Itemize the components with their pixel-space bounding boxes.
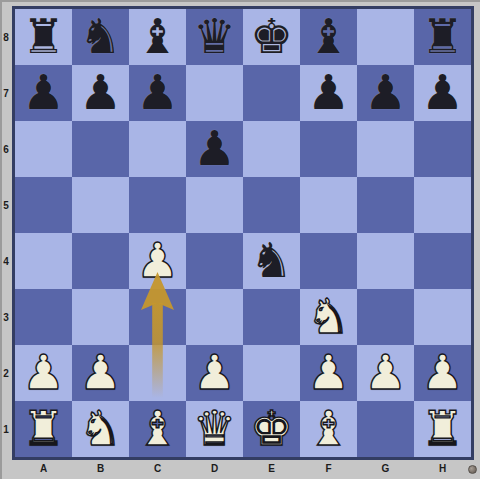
square-h7[interactable]: ♟	[414, 65, 471, 121]
black-bishop[interactable]: ♝	[129, 9, 186, 65]
square-e8[interactable]: ♚	[243, 9, 300, 65]
square-d3[interactable]	[186, 289, 243, 345]
square-d6[interactable]: ♟	[186, 121, 243, 177]
white-pawn[interactable]: ♟	[72, 345, 129, 401]
white-rook[interactable]: ♜	[414, 401, 471, 457]
black-pawn[interactable]: ♟	[186, 121, 243, 177]
square-h6[interactable]	[414, 121, 471, 177]
square-g8[interactable]	[357, 9, 414, 65]
rank-label-8: 8	[0, 9, 12, 65]
square-h5[interactable]	[414, 177, 471, 233]
rank-label-2: 2	[0, 345, 12, 401]
square-h3[interactable]	[414, 289, 471, 345]
square-c5[interactable]	[129, 177, 186, 233]
square-f8[interactable]: ♝	[300, 9, 357, 65]
file-label-d: D	[186, 460, 243, 476]
square-f6[interactable]	[300, 121, 357, 177]
square-b4[interactable]	[72, 233, 129, 289]
square-g7[interactable]: ♟	[357, 65, 414, 121]
square-a2[interactable]: ♟	[15, 345, 72, 401]
square-g1[interactable]	[357, 401, 414, 457]
black-queen[interactable]: ♛	[186, 9, 243, 65]
square-e5[interactable]	[243, 177, 300, 233]
white-bishop[interactable]: ♝	[129, 401, 186, 457]
square-b1[interactable]: ♞	[72, 401, 129, 457]
file-label-e: E	[243, 460, 300, 476]
square-a4[interactable]	[15, 233, 72, 289]
square-h1[interactable]: ♜	[414, 401, 471, 457]
square-d7[interactable]	[186, 65, 243, 121]
square-c3[interactable]	[129, 289, 186, 345]
white-rook[interactable]: ♜	[15, 401, 72, 457]
square-e2[interactable]	[243, 345, 300, 401]
square-e4[interactable]: ♞	[243, 233, 300, 289]
square-e6[interactable]	[243, 121, 300, 177]
square-b8[interactable]: ♞	[72, 9, 129, 65]
square-b7[interactable]: ♟	[72, 65, 129, 121]
black-pawn[interactable]: ♟	[300, 65, 357, 121]
square-c6[interactable]	[129, 121, 186, 177]
white-pawn[interactable]: ♟	[15, 345, 72, 401]
square-g4[interactable]	[357, 233, 414, 289]
black-rook[interactable]: ♜	[15, 9, 72, 65]
square-c2[interactable]	[129, 345, 186, 401]
file-label-c: C	[129, 460, 186, 476]
square-b3[interactable]	[72, 289, 129, 345]
square-a3[interactable]	[15, 289, 72, 345]
rank-label-5: 5	[0, 177, 12, 233]
chess-board[interactable]: ♜♞♝♛♚♝♜♟♟♟♟♟♟♟♟♞♞♟♟♟♟♟♟♜♞♝♛♚♝♜	[12, 6, 474, 460]
white-queen[interactable]: ♛	[186, 401, 243, 457]
square-g5[interactable]	[357, 177, 414, 233]
square-d4[interactable]	[186, 233, 243, 289]
square-c8[interactable]: ♝	[129, 9, 186, 65]
square-d8[interactable]: ♛	[186, 9, 243, 65]
white-pawn[interactable]: ♟	[357, 345, 414, 401]
white-pawn[interactable]: ♟	[129, 233, 186, 289]
file-label-f: F	[300, 460, 357, 476]
square-d5[interactable]	[186, 177, 243, 233]
chess-app-window: 87654321 ♜♞♝♛♚♝♜♟♟♟♟♟♟♟♟♞♞♟♟♟♟♟♟♜♞♝♛♚♝♜ …	[0, 0, 480, 479]
square-f5[interactable]	[300, 177, 357, 233]
black-pawn[interactable]: ♟	[72, 65, 129, 121]
black-king[interactable]: ♚	[243, 9, 300, 65]
square-g2[interactable]: ♟	[357, 345, 414, 401]
black-pawn[interactable]: ♟	[357, 65, 414, 121]
square-g3[interactable]	[357, 289, 414, 345]
black-knight[interactable]: ♞	[72, 9, 129, 65]
square-f3[interactable]: ♞	[300, 289, 357, 345]
rank-labels: 87654321	[0, 9, 12, 457]
white-pawn[interactable]: ♟	[186, 345, 243, 401]
white-pawn[interactable]: ♟	[414, 345, 471, 401]
square-h8[interactable]: ♜	[414, 9, 471, 65]
square-a1[interactable]: ♜	[15, 401, 72, 457]
square-f2[interactable]: ♟	[300, 345, 357, 401]
square-f7[interactable]: ♟	[300, 65, 357, 121]
square-b2[interactable]: ♟	[72, 345, 129, 401]
square-f4[interactable]	[300, 233, 357, 289]
black-pawn[interactable]: ♟	[15, 65, 72, 121]
black-pawn[interactable]: ♟	[414, 65, 471, 121]
square-a6[interactable]	[15, 121, 72, 177]
black-bishop[interactable]: ♝	[300, 9, 357, 65]
black-rook[interactable]: ♜	[414, 9, 471, 65]
file-label-g: G	[357, 460, 414, 476]
square-f1[interactable]: ♝	[300, 401, 357, 457]
square-a5[interactable]	[15, 177, 72, 233]
square-h4[interactable]	[414, 233, 471, 289]
square-d2[interactable]: ♟	[186, 345, 243, 401]
square-b6[interactable]	[72, 121, 129, 177]
square-c7[interactable]: ♟	[129, 65, 186, 121]
file-labels: ABCDEFGH	[15, 460, 471, 476]
square-b5[interactable]	[72, 177, 129, 233]
square-h2[interactable]: ♟	[414, 345, 471, 401]
square-a8[interactable]: ♜	[15, 9, 72, 65]
rank-label-6: 6	[0, 121, 12, 177]
corner-grip-dot	[468, 465, 477, 474]
file-label-h: H	[414, 460, 471, 476]
file-label-b: B	[72, 460, 129, 476]
square-a7[interactable]: ♟	[15, 65, 72, 121]
square-e3[interactable]	[243, 289, 300, 345]
white-knight[interactable]: ♞	[72, 401, 129, 457]
square-c4[interactable]: ♟	[129, 233, 186, 289]
rank-label-3: 3	[0, 289, 12, 345]
white-knight[interactable]: ♞	[300, 289, 357, 345]
white-king[interactable]: ♚	[243, 401, 300, 457]
white-bishop[interactable]: ♝	[300, 401, 357, 457]
square-c1[interactable]: ♝	[129, 401, 186, 457]
square-e7[interactable]	[243, 65, 300, 121]
white-pawn[interactable]: ♟	[300, 345, 357, 401]
rank-label-4: 4	[0, 233, 12, 289]
black-knight[interactable]: ♞	[243, 233, 300, 289]
square-g6[interactable]	[357, 121, 414, 177]
square-e1[interactable]: ♚	[243, 401, 300, 457]
rank-label-7: 7	[0, 65, 12, 121]
rank-label-1: 1	[0, 401, 12, 457]
black-pawn[interactable]: ♟	[129, 65, 186, 121]
square-d1[interactable]: ♛	[186, 401, 243, 457]
file-label-a: A	[15, 460, 72, 476]
